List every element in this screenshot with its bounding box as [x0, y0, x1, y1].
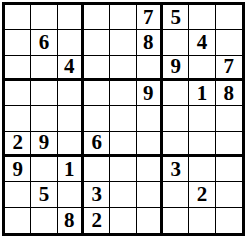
cell-r3c1-empty[interactable] [5, 56, 31, 81]
cell-r8c5-empty[interactable] [110, 182, 136, 207]
cell-r8c8-given[interactable]: 2 [189, 182, 215, 207]
cell-r6c9-empty[interactable] [216, 132, 242, 157]
cell-r3c7-given[interactable]: 9 [163, 56, 189, 81]
cell-r7c9-empty[interactable] [216, 157, 242, 182]
cell-r8c6-empty[interactable] [137, 182, 163, 207]
cell-r5c9-empty[interactable] [216, 106, 242, 131]
cell-r4c5-empty[interactable] [110, 81, 136, 106]
cell-r9c5-empty[interactable] [110, 208, 136, 233]
sudoku-board: 7568449791829691353282 [2, 2, 245, 236]
cell-r4c3-empty[interactable] [58, 81, 84, 106]
cell-r4c6-given[interactable]: 9 [137, 81, 163, 106]
cell-r9c8-empty[interactable] [189, 208, 215, 233]
cell-r1c6-given[interactable]: 7 [137, 5, 163, 30]
cell-r2c7-empty[interactable] [163, 30, 189, 55]
cell-r1c7-given[interactable]: 5 [163, 5, 189, 30]
cell-r9c2-empty[interactable] [31, 208, 57, 233]
cell-r1c5-empty[interactable] [110, 5, 136, 30]
cell-r2c9-empty[interactable] [216, 30, 242, 55]
cell-r1c9-empty[interactable] [216, 5, 242, 30]
cell-r7c2-empty[interactable] [31, 157, 57, 182]
cell-r4c8-given[interactable]: 1 [189, 81, 215, 106]
cell-r5c5-empty[interactable] [110, 106, 136, 131]
cell-r5c3-empty[interactable] [58, 106, 84, 131]
cell-r7c8-empty[interactable] [189, 157, 215, 182]
cell-r1c2-empty[interactable] [31, 5, 57, 30]
cell-r9c7-empty[interactable] [163, 208, 189, 233]
cell-r8c2-given[interactable]: 5 [31, 182, 57, 207]
cell-r6c1-given[interactable]: 2 [5, 132, 31, 157]
cell-r4c1-empty[interactable] [5, 81, 31, 106]
cell-r9c9-empty[interactable] [216, 208, 242, 233]
cell-r4c9-given[interactable]: 8 [216, 81, 242, 106]
cell-r2c5-empty[interactable] [110, 30, 136, 55]
cell-r7c1-given[interactable]: 9 [5, 157, 31, 182]
cell-r8c9-empty[interactable] [216, 182, 242, 207]
cell-r1c3-empty[interactable] [58, 5, 84, 30]
cell-r7c3-given[interactable]: 1 [58, 157, 84, 182]
cell-r5c1-empty[interactable] [5, 106, 31, 131]
cell-r3c5-empty[interactable] [110, 56, 136, 81]
cell-r3c8-empty[interactable] [189, 56, 215, 81]
cell-r6c4-given[interactable]: 6 [84, 132, 110, 157]
cell-r6c8-empty[interactable] [189, 132, 215, 157]
cell-r6c6-empty[interactable] [137, 132, 163, 157]
cell-r7c4-empty[interactable] [84, 157, 110, 182]
cell-r6c5-empty[interactable] [110, 132, 136, 157]
cell-r2c1-empty[interactable] [5, 30, 31, 55]
cell-r8c3-empty[interactable] [58, 182, 84, 207]
cell-r5c8-empty[interactable] [189, 106, 215, 131]
cell-r5c2-empty[interactable] [31, 106, 57, 131]
cell-r2c3-empty[interactable] [58, 30, 84, 55]
cell-r6c3-empty[interactable] [58, 132, 84, 157]
cell-r7c7-given[interactable]: 3 [163, 157, 189, 182]
cell-r5c7-empty[interactable] [163, 106, 189, 131]
cell-r3c2-empty[interactable] [31, 56, 57, 81]
cell-r2c2-given[interactable]: 6 [31, 30, 57, 55]
cell-r3c9-given[interactable]: 7 [216, 56, 242, 81]
cell-r8c4-given[interactable]: 3 [84, 182, 110, 207]
cell-r2c8-given[interactable]: 4 [189, 30, 215, 55]
cell-r8c7-empty[interactable] [163, 182, 189, 207]
cell-r8c1-empty[interactable] [5, 182, 31, 207]
cell-r1c1-empty[interactable] [5, 5, 31, 30]
cell-r3c6-empty[interactable] [137, 56, 163, 81]
cell-r7c5-empty[interactable] [110, 157, 136, 182]
cell-r7c6-empty[interactable] [137, 157, 163, 182]
cell-r2c4-empty[interactable] [84, 30, 110, 55]
cell-r9c6-empty[interactable] [137, 208, 163, 233]
cell-r3c3-given[interactable]: 4 [58, 56, 84, 81]
cell-r1c8-empty[interactable] [189, 5, 215, 30]
cell-r6c2-given[interactable]: 9 [31, 132, 57, 157]
cell-r3c4-empty[interactable] [84, 56, 110, 81]
cell-r1c4-empty[interactable] [84, 5, 110, 30]
cell-r6c7-empty[interactable] [163, 132, 189, 157]
cell-r4c4-empty[interactable] [84, 81, 110, 106]
cell-r5c4-empty[interactable] [84, 106, 110, 131]
cell-r2c6-given[interactable]: 8 [137, 30, 163, 55]
cell-r9c4-given[interactable]: 2 [84, 208, 110, 233]
cell-r4c2-empty[interactable] [31, 81, 57, 106]
cell-r4c7-empty[interactable] [163, 81, 189, 106]
cell-r5c6-empty[interactable] [137, 106, 163, 131]
cell-r9c1-empty[interactable] [5, 208, 31, 233]
cell-r9c3-given[interactable]: 8 [58, 208, 84, 233]
